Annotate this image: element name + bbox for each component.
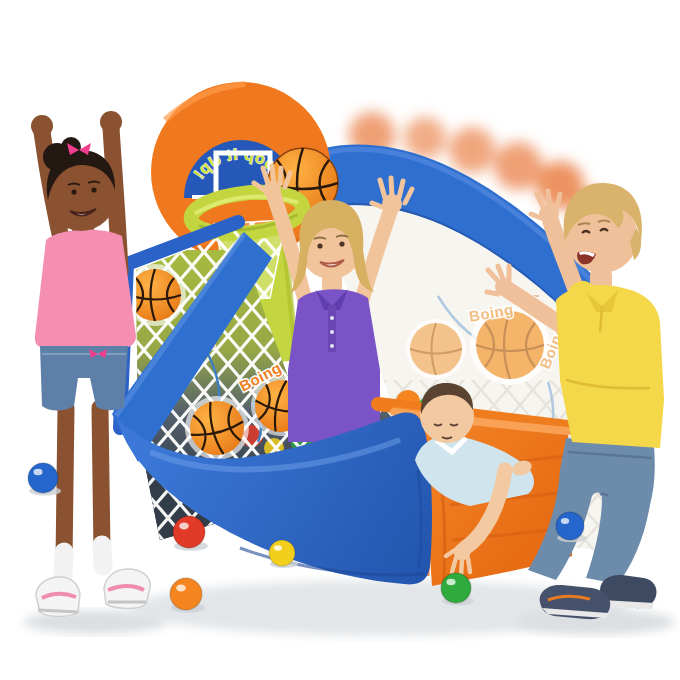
girl-left-legs [64,408,102,560]
child-girl-left [31,111,150,617]
floor-ball-orange [170,578,205,613]
scene-illustration: Boing Boing ™ Hoop It Up! [0,0,680,680]
girl-left-shirt [35,230,136,348]
girl-left-shorts [40,346,128,411]
floor-ball-blue [28,463,61,496]
panel-basketball-print [406,319,466,379]
product-photo: Boing Boing ™ Hoop It Up! [0,0,680,680]
girl-left-socks [63,545,103,576]
